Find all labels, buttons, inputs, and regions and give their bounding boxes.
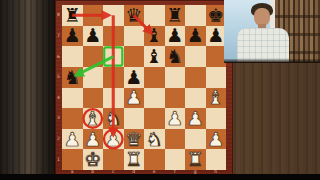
piece-white-p-f3[interactable]: ♟ [165,108,186,129]
square-a5[interactable]: ♞ [62,67,83,88]
piece-black-p-g7[interactable]: ♟ [185,26,206,47]
square-d3[interactable] [124,108,145,129]
chess-stream-screenshot: abcdefgh87654321 ♜♛♜♚♟♟♝♟♟♟♝♞♞♟♟♝♝♞♟♟♟♟♟… [0,0,320,180]
piece-white-r-d1[interactable]: ♜ [124,149,145,170]
square-h8[interactable]: ♚ [206,5,227,26]
square-h5[interactable] [206,67,227,88]
square-c7[interactable] [103,26,124,47]
square-c1[interactable] [103,149,124,170]
piece-white-p-g3[interactable]: ♟ [185,108,206,129]
square-f6[interactable]: ♞ [165,46,186,67]
square-d5[interactable]: ♟ [124,67,145,88]
square-g5[interactable] [185,67,206,88]
square-f3[interactable]: ♟ [165,108,186,129]
piece-black-p-f7[interactable]: ♟ [165,26,186,47]
streamer-shirt [237,28,289,62]
rank-label-6: 6 [57,54,60,59]
piece-black-n-a5[interactable]: ♞ [62,67,83,88]
square-g7[interactable]: ♟ [185,26,206,47]
square-b5[interactable] [83,67,104,88]
square-h6[interactable] [206,46,227,67]
piece-black-r-f8[interactable]: ♜ [165,5,186,26]
wood-background-left [0,0,56,180]
piece-white-p-b2[interactable]: ♟ [83,129,104,150]
square-h7[interactable]: ♟ [206,26,227,47]
square-e6[interactable]: ♝ [144,46,165,67]
rank-label-2: 2 [57,137,60,142]
square-c8[interactable] [103,5,124,26]
piece-white-p-a2[interactable]: ♟ [62,129,83,150]
square-c3[interactable]: ♞ [103,108,124,129]
square-e3[interactable] [144,108,165,129]
square-d1[interactable]: ♜ [124,149,145,170]
chess-board[interactable]: ♜♛♜♚♟♟♝♟♟♟♝♞♞♟♟♝♝♞♟♟♟♟♟♛♞♟♚♜♜ [62,5,226,170]
square-h1[interactable] [206,149,227,170]
rank-label-8: 8 [57,13,60,18]
piece-white-q-d2[interactable]: ♛ [124,129,145,150]
square-g8[interactable] [185,5,206,26]
piece-white-p-c2[interactable]: ♟ [103,129,124,150]
square-c4[interactable] [103,88,124,109]
square-g1[interactable]: ♜ [185,149,206,170]
square-f7[interactable]: ♟ [165,26,186,47]
square-b7[interactable]: ♟ [83,26,104,47]
square-g6[interactable] [185,46,206,67]
piece-black-p-d5[interactable]: ♟ [124,67,145,88]
square-c2[interactable]: ♟ [103,129,124,150]
piece-white-p-d4[interactable]: ♟ [124,88,145,109]
piece-black-k-h8[interactable]: ♚ [206,5,227,26]
piece-white-r-g1[interactable]: ♜ [185,149,206,170]
piece-black-r-a8[interactable]: ♜ [62,5,83,26]
piece-white-n-c3[interactable]: ♞ [103,108,124,129]
square-a4[interactable] [62,88,83,109]
rank-label-3: 3 [57,116,60,121]
piece-white-p-h2[interactable]: ♟ [206,129,227,150]
piece-white-b-b3[interactable]: ♝ [83,108,104,129]
piece-black-n-f6[interactable]: ♞ [165,46,186,67]
bottom-black-bar [0,174,320,180]
square-a8[interactable]: ♜ [62,5,83,26]
rank-label-5: 5 [57,75,60,80]
square-d8[interactable]: ♛ [124,5,145,26]
square-d2[interactable]: ♛ [124,129,145,150]
piece-white-n-e2[interactable]: ♞ [144,129,165,150]
square-b8[interactable] [83,5,104,26]
square-h2[interactable]: ♟ [206,129,227,150]
rank-label-1: 1 [57,157,60,162]
square-b1[interactable]: ♚ [83,149,104,170]
rank-label-7: 7 [57,34,60,39]
square-f5[interactable] [165,67,186,88]
square-h4[interactable]: ♝ [206,88,227,109]
square-b2[interactable]: ♟ [83,129,104,150]
square-f8[interactable]: ♜ [165,5,186,26]
square-e8[interactable] [144,5,165,26]
square-c5[interactable] [103,67,124,88]
square-d6[interactable] [124,46,145,67]
piece-black-p-h7[interactable]: ♟ [206,26,227,47]
webcam-bottom-edge [224,59,320,63]
square-e4[interactable] [144,88,165,109]
square-a1[interactable] [62,149,83,170]
square-d7[interactable] [124,26,145,47]
square-e7[interactable]: ♝ [144,26,165,47]
square-g2[interactable] [185,129,206,150]
square-e5[interactable] [144,67,165,88]
piece-black-b-e7[interactable]: ♝ [144,26,165,47]
piece-black-p-a7[interactable]: ♟ [62,26,83,47]
square-e1[interactable] [144,149,165,170]
square-e2[interactable]: ♞ [144,129,165,150]
streamer-webcam [224,0,320,62]
square-a3[interactable] [62,108,83,129]
square-a7[interactable]: ♟ [62,26,83,47]
square-b4[interactable] [83,88,104,109]
square-b3[interactable]: ♝ [83,108,104,129]
square-g4[interactable] [185,88,206,109]
piece-black-p-b7[interactable]: ♟ [83,26,104,47]
square-d4[interactable]: ♟ [124,88,145,109]
rank-label-4: 4 [57,96,60,101]
piece-white-k-b1[interactable]: ♚ [83,149,104,170]
square-f1[interactable] [165,149,186,170]
square-c6[interactable] [103,46,124,67]
piece-black-q-d8[interactable]: ♛ [124,5,145,26]
square-f4[interactable] [165,88,186,109]
square-f2[interactable] [165,129,186,150]
square-a2[interactable]: ♟ [62,129,83,150]
square-h3[interactable] [206,108,227,129]
square-a6[interactable] [62,46,83,67]
square-b6[interactable] [83,46,104,67]
piece-white-b-h4[interactable]: ♝ [206,88,227,109]
piece-black-b-e6[interactable]: ♝ [144,46,165,67]
square-g3[interactable]: ♟ [185,108,206,129]
